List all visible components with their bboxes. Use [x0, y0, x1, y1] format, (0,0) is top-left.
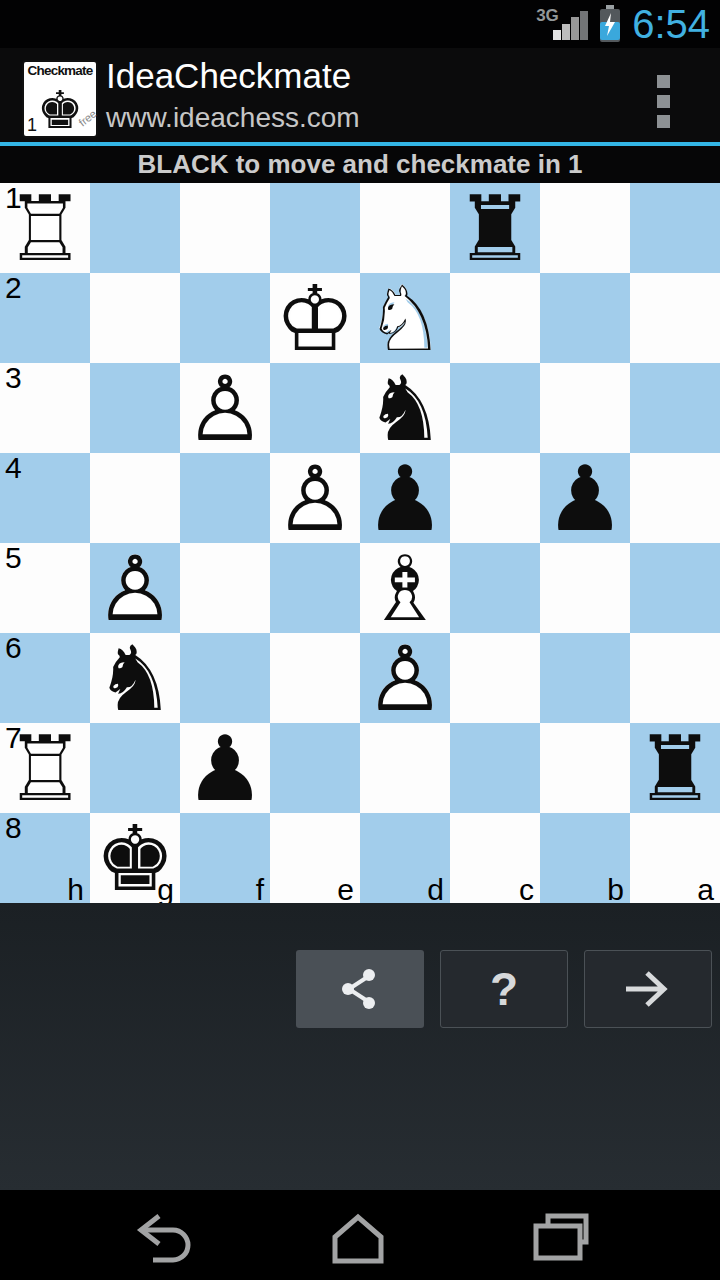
bottom-panel: ? — [0, 903, 720, 1190]
square-b8[interactable]: b — [540, 813, 630, 903]
square-c4[interactable] — [450, 453, 540, 543]
square-d7[interactable] — [360, 723, 450, 813]
overflow-menu-icon[interactable] — [657, 75, 670, 128]
rank-label-6: 6 — [5, 632, 22, 664]
square-f8[interactable]: f — [180, 813, 270, 903]
next-puzzle-button[interactable] — [584, 950, 712, 1028]
square-f7[interactable]: ♟ — [180, 723, 270, 813]
android-nav-bar — [0, 1190, 720, 1280]
square-b6[interactable] — [540, 633, 630, 723]
black-knight: ♞ — [360, 363, 450, 453]
white-pawn: ♙ — [270, 453, 360, 543]
app-icon-title: Checkmate — [24, 63, 96, 78]
square-g3[interactable] — [90, 363, 180, 453]
square-e5[interactable] — [270, 543, 360, 633]
puzzle-instruction-text: BLACK to move and checkmate in 1 — [138, 149, 583, 179]
square-a4[interactable] — [630, 453, 720, 543]
screen: 3G 6:54 Checkmate ♚ 1 free IdeaCheckmate… — [0, 0, 720, 1280]
file-label-e: e — [337, 873, 354, 907]
square-f3[interactable]: ♟♙ — [180, 363, 270, 453]
square-h1[interactable]: 1♜♖ — [0, 183, 90, 273]
square-c3[interactable] — [450, 363, 540, 453]
square-d1[interactable] — [360, 183, 450, 273]
rank-label-2: 2 — [5, 272, 22, 304]
square-e8[interactable]: e — [270, 813, 360, 903]
file-label-f: f — [256, 873, 264, 907]
square-b5[interactable] — [540, 543, 630, 633]
square-h3[interactable]: 3 — [0, 363, 90, 453]
square-d6[interactable]: ♟♙ — [360, 633, 450, 723]
status-icons: 3G 6:54 — [536, 0, 716, 48]
square-g5[interactable]: ♟♙ — [90, 543, 180, 633]
rank-label-7: 7 — [5, 722, 22, 754]
puzzle-instruction-banner: BLACK to move and checkmate in 1 — [0, 146, 720, 183]
share-icon — [336, 965, 384, 1013]
square-a1[interactable] — [630, 183, 720, 273]
square-b2[interactable] — [540, 273, 630, 363]
file-label-a: a — [697, 873, 714, 907]
square-f6[interactable] — [180, 633, 270, 723]
square-a2[interactable] — [630, 273, 720, 363]
signal-strength-icon: 3G — [536, 3, 588, 45]
square-e6[interactable] — [270, 633, 360, 723]
clock: 6:54 — [632, 0, 710, 48]
square-g8[interactable]: g♚ — [90, 813, 180, 903]
file-label-d: d — [427, 873, 444, 907]
square-e3[interactable] — [270, 363, 360, 453]
page-title: IdeaCheckmate — [106, 56, 351, 96]
black-rook: ♜ — [450, 183, 540, 273]
file-label-g: g — [157, 873, 174, 907]
square-h8[interactable]: 8h — [0, 813, 90, 903]
recents-icon[interactable] — [528, 1210, 592, 1264]
square-g7[interactable] — [90, 723, 180, 813]
square-e2[interactable]: ♚♔ — [270, 273, 360, 363]
status-bar: 3G 6:54 — [0, 0, 720, 48]
white-pawn: ♙ — [90, 543, 180, 633]
square-d5[interactable]: ♝♗ — [360, 543, 450, 633]
square-e4[interactable]: ♟♙ — [270, 453, 360, 543]
white-king-fill: ♚ — [270, 273, 360, 363]
black-pawn: ♟ — [180, 723, 270, 813]
square-g4[interactable] — [90, 453, 180, 543]
square-a8[interactable]: a — [630, 813, 720, 903]
home-icon[interactable] — [326, 1210, 390, 1264]
square-h5[interactable]: 5 — [0, 543, 90, 633]
arrow-right-icon — [622, 965, 674, 1013]
white-bishop: ♗ — [360, 543, 450, 633]
share-button[interactable] — [296, 950, 424, 1028]
square-c7[interactable] — [450, 723, 540, 813]
file-label-c: c — [519, 873, 534, 907]
chess-board: 1♜♖♜2♚♔♞♘3♟♙♞4♟♙♟♟5♟♙♝♗6♞♟♙7♜♖♟♜8hg♚fedc… — [0, 183, 720, 903]
square-c5[interactable] — [450, 543, 540, 633]
back-icon[interactable] — [131, 1210, 195, 1264]
white-pawn: ♙ — [360, 633, 450, 723]
square-d2[interactable]: ♞♘ — [360, 273, 450, 363]
puzzle-toolbar: ? — [296, 950, 712, 1028]
white-knight-fill: ♞ — [360, 273, 450, 363]
square-h4[interactable]: 4 — [0, 453, 90, 543]
rank-label-4: 4 — [5, 452, 22, 484]
square-f1[interactable] — [180, 183, 270, 273]
rank-label-8: 8 — [5, 812, 22, 844]
rank-label-1: 1 — [5, 182, 22, 214]
black-rook: ♜ — [630, 723, 720, 813]
square-h6[interactable]: 6 — [0, 633, 90, 723]
rank-label-5: 5 — [5, 542, 22, 574]
white-knight: ♘ — [360, 273, 450, 363]
signal-bars-icon — [553, 11, 588, 40]
square-c8[interactable]: c — [450, 813, 540, 903]
square-a3[interactable] — [630, 363, 720, 453]
rank-label-3: 3 — [5, 362, 22, 394]
white-pawn: ♙ — [180, 363, 270, 453]
square-h2[interactable]: 2 — [0, 273, 90, 363]
square-g6[interactable]: ♞ — [90, 633, 180, 723]
white-king: ♔ — [270, 273, 360, 363]
square-d4[interactable]: ♟ — [360, 453, 450, 543]
square-e1[interactable] — [270, 183, 360, 273]
square-a7[interactable]: ♜ — [630, 723, 720, 813]
square-g2[interactable] — [90, 273, 180, 363]
black-knight: ♞ — [90, 633, 180, 723]
square-d8[interactable]: d — [360, 813, 450, 903]
square-h7[interactable]: 7♜♖ — [0, 723, 90, 813]
square-b4[interactable]: ♟ — [540, 453, 630, 543]
action-bar: Checkmate ♚ 1 free IdeaCheckmate www.ide… — [0, 48, 720, 142]
battery-charging-icon — [598, 5, 622, 43]
hint-button[interactable]: ? — [440, 950, 568, 1028]
square-a5[interactable] — [630, 543, 720, 633]
white-pawn-fill: ♟ — [270, 453, 360, 543]
square-c2[interactable] — [450, 273, 540, 363]
file-label-b: b — [607, 873, 624, 907]
square-b1[interactable] — [540, 183, 630, 273]
white-pawn-fill: ♟ — [360, 633, 450, 723]
square-c1[interactable]: ♜ — [450, 183, 540, 273]
square-c6[interactable] — [450, 633, 540, 723]
square-a6[interactable] — [630, 633, 720, 723]
black-pawn: ♟ — [360, 453, 450, 543]
square-f2[interactable] — [180, 273, 270, 363]
square-d3[interactable]: ♞ — [360, 363, 450, 453]
square-b7[interactable] — [540, 723, 630, 813]
square-e7[interactable] — [270, 723, 360, 813]
app-icon-badge: 1 — [27, 115, 37, 136]
square-f4[interactable] — [180, 453, 270, 543]
page-subtitle: www.ideachess.com — [106, 102, 360, 134]
square-b3[interactable] — [540, 363, 630, 453]
white-pawn-fill: ♟ — [180, 363, 270, 453]
white-bishop-fill: ♝ — [360, 543, 450, 633]
black-pawn: ♟ — [540, 453, 630, 543]
file-label-h: h — [67, 873, 84, 907]
square-f5[interactable] — [180, 543, 270, 633]
white-pawn-fill: ♟ — [90, 543, 180, 633]
question-mark-icon: ? — [490, 950, 518, 1028]
app-icon[interactable]: Checkmate ♚ 1 free — [22, 60, 98, 138]
square-g1[interactable] — [90, 183, 180, 273]
